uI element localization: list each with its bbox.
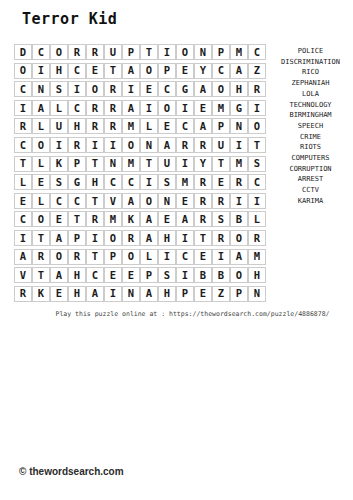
grid-cell[interactable]: H bbox=[50, 63, 68, 79]
grid-cell[interactable]: M bbox=[122, 156, 140, 172]
grid-cell[interactable]: I bbox=[248, 193, 266, 209]
grid-cell[interactable]: R bbox=[212, 230, 230, 246]
grid-cell[interactable]: R bbox=[230, 174, 248, 190]
grid-cell[interactable]: R bbox=[122, 230, 140, 246]
grid-cell[interactable]: T bbox=[32, 267, 50, 283]
grid-cell[interactable]: L bbox=[140, 118, 158, 134]
grid-cell[interactable]: C bbox=[14, 81, 32, 97]
grid-cell[interactable]: A bbox=[122, 100, 140, 116]
word-list-item: POLICE bbox=[268, 46, 353, 57]
grid-cell[interactable]: U bbox=[158, 156, 176, 172]
grid-cell[interactable]: O bbox=[14, 63, 32, 79]
grid-cell[interactable]: T bbox=[14, 156, 32, 172]
grid-cell[interactable]: A bbox=[122, 63, 140, 79]
grid-cell[interactable]: A bbox=[194, 81, 212, 97]
grid-cell[interactable]: C bbox=[68, 193, 86, 209]
grid-cell[interactable]: V bbox=[14, 267, 32, 283]
grid-cell[interactable]: H bbox=[230, 81, 248, 97]
word-list-item: ARREST bbox=[268, 174, 353, 185]
word-search-page: Terror Kid DCORRUPTIONPMCOIHCETAOPEYCAZC… bbox=[0, 0, 353, 500]
word-search-grid: DCORRUPTIONPMCOIHCETAOPEYCAZCNSIORIECGAO… bbox=[14, 44, 266, 302]
grid-cell[interactable]: I bbox=[14, 230, 32, 246]
grid-cell[interactable]: O bbox=[140, 193, 158, 209]
grid-cell[interactable]: M bbox=[212, 100, 230, 116]
grid-cell[interactable]: T bbox=[248, 137, 266, 153]
grid-cell[interactable]: B bbox=[230, 211, 248, 227]
grid-cell[interactable]: R bbox=[248, 230, 266, 246]
grid-cell[interactable]: C bbox=[248, 174, 266, 190]
grid-cell[interactable]: R bbox=[68, 137, 86, 153]
grid-cell[interactable]: R bbox=[104, 118, 122, 134]
grid-cell[interactable]: A bbox=[14, 249, 32, 265]
grid-cell[interactable]: O bbox=[230, 230, 248, 246]
grid-cell[interactable]: K bbox=[50, 156, 68, 172]
grid-cell[interactable]: G bbox=[68, 174, 86, 190]
grid-cell[interactable]: I bbox=[86, 230, 104, 246]
grid-cell[interactable]: T bbox=[32, 230, 50, 246]
grid-cell[interactable]: I bbox=[104, 137, 122, 153]
word-list-item: BIRMINGHAM bbox=[268, 110, 353, 121]
grid-cell[interactable]: B bbox=[194, 267, 212, 283]
grid-cell[interactable]: I bbox=[176, 156, 194, 172]
grid-cell[interactable]: M bbox=[248, 249, 266, 265]
grid-cell[interactable]: M bbox=[230, 156, 248, 172]
grid-cell[interactable]: A bbox=[140, 286, 158, 302]
grid-cell[interactable]: T bbox=[86, 193, 104, 209]
grid-cell[interactable]: C bbox=[86, 267, 104, 283]
word-list: POLICEDISCRIMINATIONRICOZEPHANIAHLOLATEC… bbox=[268, 46, 353, 207]
grid-cell[interactable]: C bbox=[32, 44, 50, 60]
grid-cell[interactable]: C bbox=[68, 100, 86, 116]
grid-cell[interactable]: Z bbox=[248, 63, 266, 79]
grid-cell[interactable]: E bbox=[122, 267, 140, 283]
grid-cell[interactable]: O bbox=[158, 100, 176, 116]
grid-cell[interactable]: P bbox=[104, 249, 122, 265]
grid-cell[interactable]: R bbox=[194, 193, 212, 209]
grid-cell[interactable]: R bbox=[14, 118, 32, 134]
grid-cell[interactable]: E bbox=[32, 174, 50, 190]
grid-cell[interactable]: E bbox=[50, 211, 68, 227]
grid-cell[interactable]: R bbox=[86, 44, 104, 60]
grid-cell[interactable]: B bbox=[212, 267, 230, 283]
grid-cell[interactable]: U bbox=[50, 118, 68, 134]
grid-cell[interactable]: C bbox=[68, 63, 86, 79]
grid-cell[interactable]: R bbox=[194, 174, 212, 190]
grid-cell[interactable]: N bbox=[230, 118, 248, 134]
word-list-item: KARIMA bbox=[268, 196, 353, 207]
grid-cell[interactable]: S bbox=[50, 81, 68, 97]
grid-cell[interactable]: M bbox=[104, 211, 122, 227]
grid-cell[interactable]: C bbox=[122, 174, 140, 190]
grid-cell[interactable]: E bbox=[14, 193, 32, 209]
word-list-item: CRIME bbox=[268, 132, 353, 143]
grid-cell[interactable]: N bbox=[248, 286, 266, 302]
grid-cell[interactable]: S bbox=[158, 174, 176, 190]
grid-cell[interactable]: E bbox=[104, 267, 122, 283]
grid-cell[interactable]: E bbox=[194, 249, 212, 265]
grid-cell[interactable]: O bbox=[176, 44, 194, 60]
grid-cell[interactable]: I bbox=[158, 249, 176, 265]
grid-cell[interactable]: U bbox=[104, 44, 122, 60]
grid-cell[interactable]: V bbox=[104, 193, 122, 209]
grid-cell[interactable]: L bbox=[140, 249, 158, 265]
grid-cell[interactable]: O bbox=[140, 63, 158, 79]
word-list-item: DISCRIMINATION bbox=[268, 57, 353, 68]
grid-cell[interactable]: N bbox=[32, 81, 50, 97]
copyright-text: © thewordsearch.com bbox=[19, 466, 124, 477]
grid-cell[interactable]: E bbox=[212, 174, 230, 190]
grid-cell[interactable]: A bbox=[122, 193, 140, 209]
grid-cell[interactable]: L bbox=[50, 100, 68, 116]
grid-cell[interactable]: R bbox=[212, 193, 230, 209]
grid-cell[interactable]: C bbox=[212, 63, 230, 79]
word-list-item: RICO bbox=[268, 67, 353, 78]
grid-cell[interactable]: A bbox=[140, 230, 158, 246]
grid-cell[interactable]: A bbox=[230, 63, 248, 79]
grid-cell[interactable]: L bbox=[32, 193, 50, 209]
grid-cell[interactable]: H bbox=[68, 118, 86, 134]
grid-cell[interactable]: L bbox=[248, 211, 266, 227]
word-list-item: ZEPHANIAH bbox=[268, 78, 353, 89]
word-list-item: TECHNOLOGY bbox=[268, 100, 353, 111]
grid-cell[interactable]: I bbox=[68, 81, 86, 97]
grid-cell[interactable]: R bbox=[86, 100, 104, 116]
grid-cell[interactable]: O bbox=[86, 81, 104, 97]
grid-cell[interactable]: E bbox=[158, 211, 176, 227]
grid-cell[interactable]: T bbox=[68, 211, 86, 227]
grid-cell[interactable]: A bbox=[50, 230, 68, 246]
grid-cell[interactable]: S bbox=[50, 174, 68, 190]
grid-cell[interactable]: I bbox=[176, 267, 194, 283]
grid-cell[interactable]: H bbox=[158, 286, 176, 302]
grid-cell[interactable]: G bbox=[176, 81, 194, 97]
grid-cell[interactable]: Z bbox=[212, 286, 230, 302]
grid-cell[interactable]: I bbox=[32, 63, 50, 79]
grid-cell[interactable]: T bbox=[86, 249, 104, 265]
grid-cell[interactable]: O bbox=[248, 118, 266, 134]
grid-cell[interactable]: A bbox=[176, 211, 194, 227]
grid-cell[interactable]: Y bbox=[194, 156, 212, 172]
grid-cell[interactable]: E bbox=[194, 100, 212, 116]
grid-cell[interactable]: K bbox=[122, 211, 140, 227]
grid-cell[interactable]: I bbox=[14, 100, 32, 116]
grid-cell[interactable]: C bbox=[14, 137, 32, 153]
grid-cell[interactable]: R bbox=[104, 100, 122, 116]
grid-cell[interactable]: T bbox=[212, 156, 230, 172]
grid-cell[interactable]: O bbox=[50, 44, 68, 60]
grid-cell[interactable]: H bbox=[68, 286, 86, 302]
grid-cell[interactable]: U bbox=[212, 137, 230, 153]
grid-cell[interactable]: C bbox=[176, 249, 194, 265]
grid-cell[interactable]: R bbox=[68, 249, 86, 265]
grid-cell[interactable]: M bbox=[176, 174, 194, 190]
grid-cell[interactable]: C bbox=[50, 193, 68, 209]
grid-cell[interactable]: P bbox=[212, 44, 230, 60]
grid-cell[interactable]: S bbox=[212, 211, 230, 227]
grid-cell[interactable]: M bbox=[230, 44, 248, 60]
grid-cell[interactable]: I bbox=[86, 137, 104, 153]
grid-cell[interactable]: M bbox=[122, 118, 140, 134]
grid-cell[interactable]: H bbox=[248, 267, 266, 283]
grid-cell[interactable]: E bbox=[158, 118, 176, 134]
grid-cell[interactable]: E bbox=[176, 63, 194, 79]
grid-cell[interactable]: N bbox=[140, 137, 158, 153]
grid-cell[interactable]: R bbox=[194, 211, 212, 227]
grid-cell[interactable]: R bbox=[104, 81, 122, 97]
grid-cell[interactable]: H bbox=[68, 267, 86, 283]
grid-cell[interactable]: I bbox=[140, 174, 158, 190]
grid-cell[interactable]: S bbox=[248, 156, 266, 172]
grid-cell[interactable]: I bbox=[104, 286, 122, 302]
grid-cell[interactable]: C bbox=[158, 81, 176, 97]
grid-cell[interactable]: I bbox=[230, 193, 248, 209]
grid-cell[interactable]: E bbox=[50, 286, 68, 302]
grid-cell[interactable]: P bbox=[68, 156, 86, 172]
grid-cell[interactable]: N bbox=[104, 156, 122, 172]
grid-cell[interactable]: R bbox=[32, 249, 50, 265]
grid-cell[interactable]: R bbox=[176, 137, 194, 153]
grid-cell[interactable]: D bbox=[14, 44, 32, 60]
grid-cell[interactable]: A bbox=[50, 267, 68, 283]
grid-cell[interactable]: A bbox=[32, 100, 50, 116]
grid-cell[interactable]: P bbox=[122, 44, 140, 60]
grid-cell[interactable]: I bbox=[50, 137, 68, 153]
grid-cell[interactable]: O bbox=[212, 81, 230, 97]
grid-cell[interactable]: H bbox=[86, 174, 104, 190]
grid-cell[interactable]: O bbox=[104, 230, 122, 246]
grid-cell[interactable]: R bbox=[14, 286, 32, 302]
grid-cell[interactable]: G bbox=[230, 100, 248, 116]
grid-cell[interactable]: P bbox=[176, 286, 194, 302]
grid-cell[interactable]: N bbox=[122, 286, 140, 302]
grid-cell[interactable]: R bbox=[248, 81, 266, 97]
grid-cell[interactable]: I bbox=[176, 100, 194, 116]
grid-cell[interactable]: C bbox=[104, 174, 122, 190]
grid-cell[interactable]: A bbox=[86, 286, 104, 302]
grid-cell[interactable]: L bbox=[32, 156, 50, 172]
grid-cell[interactable]: T bbox=[140, 156, 158, 172]
grid-cell[interactable]: R bbox=[68, 44, 86, 60]
grid-cell[interactable]: R bbox=[86, 118, 104, 134]
grid-cell[interactable]: O bbox=[122, 249, 140, 265]
grid-cell[interactable]: R bbox=[194, 137, 212, 153]
grid-cell[interactable]: C bbox=[248, 44, 266, 60]
grid-cell[interactable]: I bbox=[158, 44, 176, 60]
play-online-link-text[interactable]: Play this puzzle online at : https://the… bbox=[0, 310, 353, 318]
word-list-item: COMPUTERS bbox=[268, 153, 353, 164]
grid-cell[interactable]: P bbox=[158, 63, 176, 79]
grid-cell[interactable]: L bbox=[32, 118, 50, 134]
word-list-item: CORRUPTION bbox=[268, 164, 353, 175]
grid-cell[interactable]: P bbox=[230, 286, 248, 302]
grid-cell[interactable]: N bbox=[158, 193, 176, 209]
grid-cell[interactable]: P bbox=[212, 118, 230, 134]
grid-cell[interactable]: E bbox=[176, 193, 194, 209]
grid-cell[interactable]: A bbox=[158, 137, 176, 153]
grid-cell[interactable]: R bbox=[86, 211, 104, 227]
grid-cell[interactable]: O bbox=[230, 267, 248, 283]
grid-cell[interactable]: T bbox=[104, 63, 122, 79]
word-list-item: RIOTS bbox=[268, 142, 353, 153]
grid-cell[interactable]: T bbox=[86, 156, 104, 172]
grid-cell[interactable]: I bbox=[248, 100, 266, 116]
grid-cell[interactable]: E bbox=[140, 81, 158, 97]
grid-cell[interactable]: I bbox=[212, 249, 230, 265]
grid-cell[interactable]: E bbox=[194, 286, 212, 302]
grid-cell[interactable]: E bbox=[86, 63, 104, 79]
grid-cell[interactable]: N bbox=[194, 44, 212, 60]
grid-cell[interactable]: P bbox=[140, 267, 158, 283]
grid-cell[interactable]: K bbox=[32, 286, 50, 302]
grid-cell[interactable]: I bbox=[230, 137, 248, 153]
grid-cell[interactable]: I bbox=[122, 81, 140, 97]
grid-cell[interactable]: C bbox=[14, 211, 32, 227]
grid-cell[interactable]: O bbox=[32, 137, 50, 153]
grid-cell[interactable]: O bbox=[32, 211, 50, 227]
grid-cell[interactable]: Y bbox=[194, 63, 212, 79]
grid-cell[interactable]: C bbox=[176, 118, 194, 134]
grid-cell[interactable]: O bbox=[50, 249, 68, 265]
grid-cell[interactable]: A bbox=[194, 118, 212, 134]
word-list-item: SPEECH bbox=[268, 121, 353, 132]
word-list-item: CCTV bbox=[268, 185, 353, 196]
grid-cell[interactable]: A bbox=[140, 211, 158, 227]
grid-cell[interactable]: I bbox=[140, 100, 158, 116]
grid-cell[interactable]: H bbox=[158, 230, 176, 246]
word-list-item: LOLA bbox=[268, 89, 353, 100]
grid-cell[interactable]: T bbox=[140, 44, 158, 60]
grid-cell[interactable]: O bbox=[122, 137, 140, 153]
grid-cell[interactable]: P bbox=[68, 230, 86, 246]
puzzle-title: Terror Kid bbox=[22, 10, 117, 28]
grid-cell[interactable]: I bbox=[176, 230, 194, 246]
grid-cell[interactable]: T bbox=[194, 230, 212, 246]
grid-cell[interactable]: S bbox=[158, 267, 176, 283]
grid-cell[interactable]: L bbox=[14, 174, 32, 190]
grid-cell[interactable]: A bbox=[230, 249, 248, 265]
